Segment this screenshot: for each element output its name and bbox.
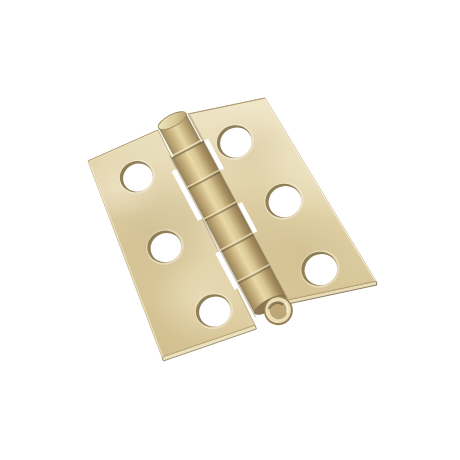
photo-canvas	[0, 0, 460, 460]
hinge-photo	[0, 0, 460, 460]
